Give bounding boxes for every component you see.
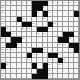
clue-number: 4 xyxy=(17,1,18,3)
clue-number: 37 xyxy=(1,48,3,50)
clue-number: 19 xyxy=(22,17,24,19)
clue-number: 17 xyxy=(48,11,50,13)
clue-number: 57 xyxy=(48,74,50,76)
clue-number: 23 xyxy=(53,22,55,24)
clue-number: 49 xyxy=(53,58,55,60)
clue-number: 42 xyxy=(1,53,3,55)
clue-number: 38 xyxy=(6,48,8,50)
clue-number: 52 xyxy=(48,63,50,65)
clue-number: 26 xyxy=(27,27,29,29)
clue-number: 34 xyxy=(17,43,19,45)
clue-number: 22 xyxy=(32,22,34,24)
clue-number: 3 xyxy=(11,1,12,3)
clue-number: 43 xyxy=(32,53,34,55)
clue-number: 12 xyxy=(74,1,76,3)
clue-number: 56 xyxy=(1,74,3,76)
clue-number: 55 xyxy=(48,69,50,71)
clue-number: 13 xyxy=(1,6,3,8)
clue-number: 51 xyxy=(6,63,8,65)
clue-number: 25 xyxy=(22,27,24,29)
clue-number: 47 xyxy=(27,58,29,60)
clue-number: 6 xyxy=(27,1,28,3)
clue-number: 41 xyxy=(69,48,71,50)
clue-number: 18 xyxy=(1,17,3,19)
clue-number: 10 xyxy=(63,1,65,3)
clue-number: 15 xyxy=(1,11,3,13)
clue-number: 16 xyxy=(37,11,39,13)
clue-number: 1 xyxy=(1,1,2,3)
clue-number: 2 xyxy=(6,1,7,3)
clue-number: 21 xyxy=(1,22,3,24)
clue-number: 46 xyxy=(1,58,3,60)
clue-number: 36 xyxy=(63,43,65,45)
clue-number: 29 xyxy=(37,32,39,34)
clue-number: 24 xyxy=(6,27,8,29)
clue-number: 50 xyxy=(63,58,65,60)
clue-number: 35 xyxy=(58,43,60,45)
clue-number: 39 xyxy=(11,48,13,50)
clue-number: 8 xyxy=(53,1,54,3)
white-cell[interactable] xyxy=(74,74,79,79)
clue-number: 32 xyxy=(22,37,24,39)
clue-number: 30 xyxy=(43,32,45,34)
clue-number: 53 xyxy=(58,63,60,65)
clue-number: 45 xyxy=(58,53,60,55)
clue-number: 5 xyxy=(22,1,23,3)
clue-number: 40 xyxy=(43,48,45,50)
clue-number: 54 xyxy=(1,69,3,71)
clue-number: 20 xyxy=(43,17,45,19)
clue-number: 27 xyxy=(48,27,50,29)
clue-number: 11 xyxy=(69,1,71,3)
clue-number: 48 xyxy=(48,58,50,60)
clue-number: 44 xyxy=(37,53,39,55)
clue-number: 14 xyxy=(43,6,45,8)
clue-number: 31 xyxy=(1,37,3,39)
clue-number: 9 xyxy=(58,1,59,3)
clue-number: 28 xyxy=(11,32,13,34)
clue-number: 33 xyxy=(69,37,71,39)
crossword-grid: 1234567891011121314151617181920212223242… xyxy=(0,0,80,80)
clue-number: 7 xyxy=(48,1,49,3)
